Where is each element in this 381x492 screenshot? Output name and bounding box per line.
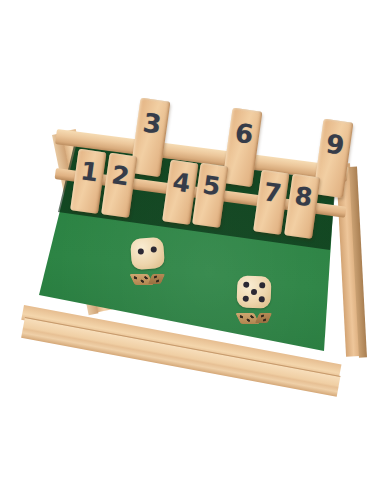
tile-4-label: 4: [171, 169, 192, 196]
tile-6-label: 6: [233, 119, 255, 147]
tile-3-label: 3: [141, 109, 163, 137]
tile-1-label: 1: [79, 158, 100, 185]
die-2[interactable]: [237, 276, 271, 317]
tile-8-label: 8: [293, 183, 314, 210]
tile-2-label: 2: [110, 162, 131, 189]
tile-9-label: 9: [324, 130, 346, 158]
die-2-top-face: [236, 275, 271, 308]
die-1[interactable]: [131, 238, 164, 278]
tile-5-label: 5: [201, 172, 222, 199]
product-photo: 1 2 3 4 5 6 7 8 9: [0, 0, 381, 492]
die-1-top-face: [130, 237, 165, 270]
tile-7-label: 7: [262, 179, 283, 206]
